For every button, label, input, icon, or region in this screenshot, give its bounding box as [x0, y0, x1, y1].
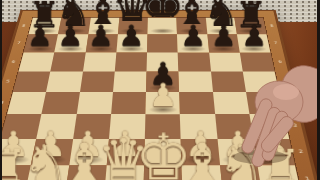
- square-b6: [51, 52, 86, 71]
- rank-label-right-7: 7: [274, 41, 278, 44]
- chess-board: ♜♞♝♛♚♝♞♜♟♟♟♟♟♟♟♟♟♟♟♟♟♟♟♟♜♞♝♛♚♝♞♜: [0, 18, 301, 180]
- square-f7: ♟: [177, 34, 208, 52]
- square-h6: [240, 52, 275, 71]
- rank-label-left-7: 7: [17, 41, 21, 44]
- rank-label-left-8: 8: [22, 24, 26, 27]
- piece-black-pawn-d7: ♟: [119, 21, 145, 50]
- rank-label-right-8: 8: [270, 24, 274, 27]
- square-g4: [213, 92, 250, 114]
- square-d4: [111, 92, 146, 114]
- square-b4: [42, 92, 80, 114]
- square-c5: [80, 71, 115, 92]
- square-c7: ♟: [85, 34, 117, 52]
- piece-black-pawn-b7: ♟: [57, 21, 83, 50]
- board-frame: ♜♞♝♛♚♝♞♜♟♟♟♟♟♟♟♟♟♟♟♟♟♟♟♟♜♞♝♛♚♝♞♜ 88a77b6…: [0, 11, 320, 180]
- piece-white-rook-h1: ♜: [260, 143, 302, 180]
- square-g6: [209, 52, 243, 71]
- square-d5: [113, 71, 147, 92]
- board-scene: ♜♞♝♛♚♝♞♜♟♟♟♟♟♟♟♟♟♟♟♟♟♟♟♟♜♞♝♛♚♝♞♜ 88a77b6…: [0, 0, 320, 180]
- square-d6: [115, 52, 147, 71]
- square-h4: [246, 92, 284, 114]
- rank-label-right-3: 3: [292, 124, 297, 128]
- rank-label-left-5: 5: [6, 79, 11, 83]
- square-f6: [178, 52, 211, 71]
- piece-black-pawn-c7: ♟: [88, 21, 114, 50]
- square-b7: ♟: [55, 34, 88, 52]
- square-f4: [179, 92, 214, 114]
- piece-black-pawn-a7: ♟: [27, 21, 53, 50]
- square-a6: [19, 52, 55, 71]
- square-e4: ♟: [145, 92, 180, 114]
- square-h7: ♟: [237, 34, 271, 52]
- square-f5: [179, 71, 213, 92]
- square-a4: [7, 92, 46, 114]
- piece-white-pawn-e4: ♟: [148, 79, 177, 111]
- square-g5: [211, 71, 246, 92]
- square-e7: [147, 34, 178, 52]
- rank-label-right-1: 1: [304, 176, 310, 180]
- piece-black-pawn-f7: ♟: [180, 21, 206, 50]
- square-d7: ♟: [116, 34, 147, 52]
- square-h5: [243, 71, 279, 92]
- piece-white-knight-g1: ♞: [218, 138, 265, 180]
- piece-black-pawn-h7: ♟: [242, 21, 268, 50]
- square-a7: ♟: [24, 34, 59, 52]
- rank-label-right-4: 4: [287, 101, 292, 105]
- square-g1: ♞: [219, 165, 261, 180]
- video-frame: ♜♞♝♛♚♝♞♜♟♟♟♟♟♟♟♟♟♟♟♟♟♟♟♟♜♞♝♛♚♝♞♜ 88a77b6…: [0, 0, 320, 180]
- square-a5: [13, 71, 51, 92]
- square-c6: [83, 52, 117, 71]
- rank-label-right-5: 5: [282, 79, 287, 83]
- left-edge-strip: [0, 0, 2, 180]
- square-b5: [46, 71, 82, 92]
- square-c4: [76, 92, 113, 114]
- square-g7: ♟: [207, 34, 240, 52]
- square-h1: ♜: [257, 165, 301, 180]
- piece-black-pawn-g7: ♟: [211, 21, 237, 50]
- square-f1: ♝: [182, 165, 222, 180]
- square-e1: ♚: [143, 165, 182, 180]
- rank-label-right-6: 6: [278, 60, 282, 63]
- rank-label-left-6: 6: [11, 60, 16, 63]
